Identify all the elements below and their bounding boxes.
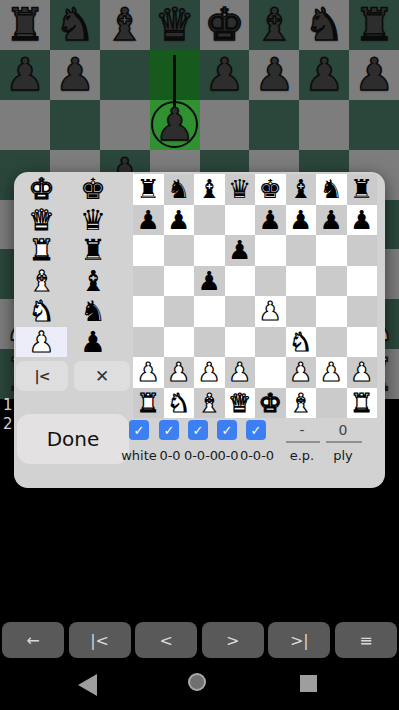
- white-king-icon: ♚: [29, 174, 55, 204]
- white-pawn-icon: ♟: [29, 327, 55, 357]
- palette-white-queen[interactable]: ♛: [16, 205, 67, 236]
- square-e7[interactable]: ♟: [255, 205, 286, 236]
- palette-black-king[interactable]: ♚: [67, 174, 119, 205]
- clear-board-button[interactable]: ✕: [74, 361, 130, 391]
- square-f7[interactable]: ♟: [286, 205, 317, 236]
- square-e5[interactable]: [255, 266, 286, 297]
- white-bishop-icon: ♝: [29, 266, 55, 296]
- black-r-piece: ♜: [354, 0, 394, 49]
- palette-white-king[interactable]: ♚: [16, 174, 67, 205]
- white-p-piece: ♟: [350, 357, 373, 387]
- previous-move-icon: <: [159, 631, 172, 650]
- square-h6[interactable]: [347, 235, 378, 266]
- square-h1[interactable]: ♜: [347, 388, 378, 419]
- black-king-icon: ♚: [80, 174, 106, 204]
- square-b8[interactable]: ♞: [164, 174, 195, 205]
- square-b6[interactable]: [50, 100, 100, 150]
- square-h7[interactable]: ♟: [347, 205, 378, 236]
- square-g7[interactable]: ♟: [316, 205, 347, 236]
- palette-black-rook[interactable]: ♜: [67, 235, 119, 266]
- square-g4[interactable]: [316, 296, 347, 327]
- white-q-piece: ♛: [228, 388, 251, 418]
- square-d6[interactable]: ♟: [225, 235, 256, 266]
- back-icon: ←: [26, 631, 39, 650]
- square-h7[interactable]: ♟: [349, 50, 399, 100]
- black-b-piece: ♝: [289, 174, 312, 204]
- white-p-piece: ♟: [289, 357, 312, 387]
- square-e4[interactable]: ♟: [255, 296, 286, 327]
- square-b1[interactable]: ♞: [164, 388, 195, 419]
- black-p-piece: ♟: [5, 50, 45, 99]
- square-f7[interactable]: ♟: [249, 50, 299, 100]
- castling-checkbox-1[interactable]: ✓: [159, 420, 179, 440]
- black-n-piece: ♞: [320, 174, 343, 204]
- black-p-piece: ♟: [254, 50, 294, 99]
- square-a7[interactable]: ♟: [0, 50, 50, 100]
- square-e7[interactable]: ♟: [200, 50, 250, 100]
- white-p-piece: ♟: [137, 357, 160, 387]
- move-number: 2: [3, 415, 13, 434]
- black-n-piece: ♞: [304, 0, 344, 49]
- checkmark-icon: ✓: [134, 423, 145, 438]
- square-e6[interactable]: [255, 235, 286, 266]
- dialog-label-0-0: 0-0: [159, 448, 180, 463]
- square-h2[interactable]: ♟: [347, 357, 378, 388]
- skip-to-end-icon: >|: [290, 631, 309, 650]
- square-f6[interactable]: [286, 235, 317, 266]
- square-b7[interactable]: ♟: [164, 205, 195, 236]
- square-e8[interactable]: ♚: [255, 174, 286, 205]
- en-passant-underline: [286, 441, 320, 443]
- square-h4[interactable]: [347, 296, 378, 327]
- square-d8[interactable]: ♛: [150, 0, 200, 50]
- black-b-piece: ♝: [198, 174, 221, 204]
- palette-white-knight[interactable]: ♞: [16, 296, 67, 327]
- square-c4[interactable]: [194, 296, 225, 327]
- black-n-piece: ♞: [55, 0, 95, 49]
- black-p-piece: ♟: [320, 205, 343, 235]
- square-g3[interactable]: [316, 327, 347, 358]
- square-f3[interactable]: ♞: [286, 327, 317, 358]
- skip-to-start-icon: |<: [90, 631, 109, 650]
- square-h8[interactable]: ♜: [349, 0, 399, 50]
- square-h6[interactable]: [349, 100, 399, 150]
- en-passant-field[interactable]: -: [299, 422, 304, 438]
- square-g5[interactable]: [316, 266, 347, 297]
- square-f6[interactable]: [249, 100, 299, 150]
- square-c1[interactable]: ♝: [194, 388, 225, 419]
- android-back-icon[interactable]: [78, 674, 97, 696]
- menu-button[interactable]: ≡: [335, 622, 397, 658]
- white-p-piece: ♟: [198, 357, 221, 387]
- black-b-piece: ♝: [105, 0, 145, 49]
- square-g1[interactable]: [316, 388, 347, 419]
- square-f8[interactable]: ♝: [249, 0, 299, 50]
- square-c3[interactable]: [194, 327, 225, 358]
- black-p-piece: ♟: [55, 50, 95, 99]
- square-f2[interactable]: ♟: [286, 357, 317, 388]
- black-r-piece: ♜: [350, 174, 373, 204]
- black-p-piece: ♟: [204, 50, 244, 99]
- square-b6[interactable]: [164, 235, 195, 266]
- castling-checkbox-2[interactable]: ✓: [188, 420, 208, 440]
- square-c8[interactable]: ♝: [194, 174, 225, 205]
- black-p-piece: ♟: [354, 50, 394, 99]
- black-p-piece: ♟: [167, 205, 190, 235]
- checkmark-icon: ✓: [164, 423, 175, 438]
- castling-checkbox-3[interactable]: ✓: [217, 420, 237, 440]
- square-a3[interactable]: [133, 327, 164, 358]
- dialog-label-0-0-0: 0-0-0: [184, 448, 218, 463]
- black-p-piece: ♟: [228, 235, 251, 265]
- square-c7[interactable]: [194, 205, 225, 236]
- black-p-piece: ♟: [259, 205, 282, 235]
- white-n-piece: ♞: [167, 388, 190, 418]
- square-g2[interactable]: ♟: [316, 357, 347, 388]
- palette-black-knight[interactable]: ♞: [67, 296, 119, 327]
- palette-black-pawn[interactable]: ♟: [67, 327, 119, 358]
- square-d4[interactable]: [225, 296, 256, 327]
- square-b4[interactable]: [164, 296, 195, 327]
- black-p-piece: ♟: [198, 266, 221, 296]
- black-k-piece: ♚: [259, 174, 282, 204]
- dialog-label-ply: ply: [333, 448, 353, 463]
- square-h3[interactable]: [347, 327, 378, 358]
- square-f5[interactable]: [286, 266, 317, 297]
- square-d8[interactable]: ♛: [225, 174, 256, 205]
- black-p-piece: ♟: [350, 205, 373, 235]
- square-d2[interactable]: ♟: [225, 357, 256, 388]
- square-e1[interactable]: ♚: [255, 388, 286, 419]
- move-list-numbers: 12: [3, 396, 13, 434]
- black-n-piece: ♞: [167, 174, 190, 204]
- white-p-piece: ♟: [228, 357, 251, 387]
- back-button[interactable]: ←: [2, 622, 64, 658]
- square-f4[interactable]: [286, 296, 317, 327]
- white-p-piece: ♟: [320, 357, 343, 387]
- square-c6[interactable]: [100, 100, 150, 150]
- square-d5[interactable]: [225, 266, 256, 297]
- white-p-piece: ♟: [167, 357, 190, 387]
- dialog-label-ep: e.p.: [290, 448, 315, 463]
- black-bishop-icon: ♝: [80, 266, 106, 296]
- last-move-circle: [151, 101, 198, 148]
- square-a4[interactable]: [133, 296, 164, 327]
- square-a5[interactable]: [133, 266, 164, 297]
- castling-checkbox-white-to-move[interactable]: ✓: [129, 420, 149, 440]
- white-r-piece: ♜: [137, 388, 160, 418]
- square-g7[interactable]: ♟: [299, 50, 349, 100]
- black-p-piece: ♟: [137, 205, 160, 235]
- checkmark-icon: ✓: [251, 423, 262, 438]
- white-k-piece: ♚: [259, 388, 282, 418]
- square-b2[interactable]: ♟: [164, 357, 195, 388]
- navigation-toolbar: ←|<<>>|≡: [0, 620, 399, 660]
- dialog-label-0-0: 0-0: [217, 448, 238, 463]
- square-e2[interactable]: [255, 357, 286, 388]
- skip-to-start-button[interactable]: |<: [69, 622, 131, 658]
- square-c6[interactable]: [194, 235, 225, 266]
- dialog-label-white: white: [121, 448, 157, 463]
- square-d7[interactable]: [225, 205, 256, 236]
- square-b5[interactable]: [164, 266, 195, 297]
- castling-checkbox-4[interactable]: ✓: [246, 420, 266, 440]
- reset-position-button[interactable]: |<: [16, 361, 68, 391]
- square-c2[interactable]: ♟: [194, 357, 225, 388]
- palette-white-rook[interactable]: ♜: [16, 235, 67, 266]
- piece-palette: ♚♚♛♛♜♜♝♝♞♞♟♟: [16, 174, 119, 357]
- square-d3[interactable]: [225, 327, 256, 358]
- black-pawn-icon: ♟: [80, 327, 106, 357]
- white-rook-icon: ♜: [29, 235, 55, 265]
- android-nav-bar: [0, 660, 399, 710]
- next-move-icon: >: [226, 631, 239, 650]
- black-q-piece: ♛: [228, 174, 251, 204]
- square-g8[interactable]: ♞: [299, 0, 349, 50]
- black-q-piece: ♛: [154, 0, 194, 49]
- black-p-piece: ♟: [304, 50, 344, 99]
- square-a7[interactable]: ♟: [133, 205, 164, 236]
- square-c5[interactable]: ♟: [194, 266, 225, 297]
- square-f8[interactable]: ♝: [286, 174, 317, 205]
- ply-underline: [326, 441, 362, 443]
- square-a8[interactable]: ♜: [0, 0, 50, 50]
- black-r-piece: ♜: [137, 174, 160, 204]
- white-knight-icon: ♞: [29, 296, 55, 326]
- black-knight-icon: ♞: [80, 296, 106, 326]
- app-screen: ♜♞♝♛♚♝♞♜♟♟♟♟♟♟♟♟♟♞♟♟♟♟♟♟♟♜♞♝♛♚♝♜ 12 ♚♚♛♛…: [0, 0, 399, 710]
- previous-move-button[interactable]: <: [135, 622, 197, 658]
- white-queen-icon: ♛: [29, 205, 55, 235]
- black-queen-icon: ♛: [80, 205, 106, 235]
- position-setup-dialog: ♚♚♛♛♜♜♝♝♞♞♟♟ |< ✕ Done ♜♞♝♛♚♝♞♜♟♟♟♟♟♟♟♟♟…: [14, 172, 385, 488]
- android-home-icon[interactable]: [188, 673, 206, 691]
- black-p-piece: ♟: [289, 205, 312, 235]
- square-e8[interactable]: ♚: [200, 0, 250, 50]
- square-b8[interactable]: ♞: [50, 0, 100, 50]
- square-h5[interactable]: [347, 266, 378, 297]
- square-g6[interactable]: [299, 100, 349, 150]
- black-r-piece: ♜: [5, 0, 45, 49]
- checkmark-icon: ✓: [222, 423, 233, 438]
- square-c8[interactable]: ♝: [100, 0, 150, 50]
- menu-icon: ≡: [359, 631, 372, 650]
- white-b-piece: ♝: [289, 388, 312, 418]
- palette-black-queen[interactable]: ♛: [67, 205, 119, 236]
- palette-black-bishop[interactable]: ♝: [67, 266, 119, 297]
- square-e3[interactable]: [255, 327, 286, 358]
- next-move-button[interactable]: >: [202, 622, 264, 658]
- square-a8[interactable]: ♜: [133, 174, 164, 205]
- done-button[interactable]: Done: [17, 414, 129, 464]
- edit-chess-board[interactable]: ♜♞♝♛♚♝♞♜♟♟♟♟♟♟♟♟♟♞♟♟♟♟♟♟♟♜♞♝♛♚♝♜: [133, 174, 377, 418]
- black-b-piece: ♝: [254, 0, 294, 49]
- black-k-piece: ♚: [204, 0, 244, 49]
- white-p-piece: ♟: [259, 296, 282, 326]
- dialog-label-0-0-0: 0-0-0: [240, 448, 274, 463]
- square-a6[interactable]: [133, 235, 164, 266]
- palette-white-bishop[interactable]: ♝: [16, 266, 67, 297]
- square-f1[interactable]: ♝: [286, 388, 317, 419]
- square-h8[interactable]: ♜: [347, 174, 378, 205]
- palette-white-pawn[interactable]: ♟: [16, 327, 67, 358]
- android-recents-icon[interactable]: [300, 675, 317, 692]
- ply-field[interactable]: 0: [339, 422, 348, 438]
- square-b7[interactable]: ♟: [50, 50, 100, 100]
- skip-to-end-button[interactable]: >|: [268, 622, 330, 658]
- square-b3[interactable]: [164, 327, 195, 358]
- square-a1[interactable]: ♜: [133, 388, 164, 419]
- square-d1[interactable]: ♛: [225, 388, 256, 419]
- square-c7[interactable]: [100, 50, 150, 100]
- square-g8[interactable]: ♞: [316, 174, 347, 205]
- square-e6[interactable]: [200, 100, 250, 150]
- square-a2[interactable]: ♟: [133, 357, 164, 388]
- square-a6[interactable]: [0, 100, 50, 150]
- checkmark-icon: ✓: [193, 423, 204, 438]
- white-n-piece: ♞: [289, 327, 312, 357]
- black-rook-icon: ♜: [80, 235, 106, 265]
- white-b-piece: ♝: [198, 388, 221, 418]
- square-g6[interactable]: [316, 235, 347, 266]
- white-r-piece: ♜: [350, 388, 373, 418]
